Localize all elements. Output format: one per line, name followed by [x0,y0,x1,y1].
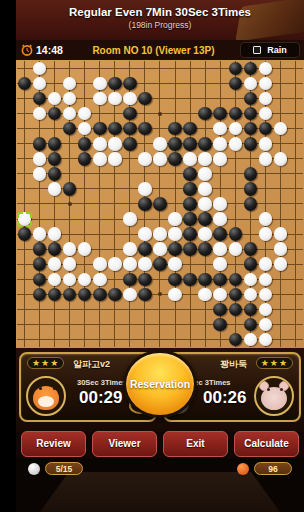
board-point[interactable] [107,196,122,211]
exit-button[interactable]: Exit [163,431,228,457]
board-point[interactable] [288,61,303,76]
board-point[interactable] [62,76,77,91]
board-point[interactable] [198,302,213,317]
board-point[interactable] [122,317,137,332]
board-point[interactable] [243,317,258,332]
board-point[interactable] [92,272,107,287]
board-point[interactable] [273,272,288,287]
board-point[interactable] [258,91,273,106]
board-point[interactable] [107,91,122,106]
review-button[interactable]: Review [21,431,86,457]
board-point[interactable] [273,106,288,121]
board-point[interactable] [32,166,47,181]
board-point[interactable] [47,76,62,91]
board-point[interactable] [47,121,62,136]
board-point[interactable] [107,181,122,196]
board-point[interactable] [107,61,122,76]
board-point[interactable] [92,196,107,211]
board-point[interactable] [122,272,137,287]
board-point[interactable] [137,242,152,257]
board-point[interactable] [122,106,137,121]
board-point[interactable] [122,332,137,347]
board-point[interactable] [92,212,107,227]
board-point[interactable] [32,242,47,257]
board-point[interactable] [122,151,137,166]
board-point[interactable] [17,76,32,91]
board-point[interactable] [137,317,152,332]
board-point[interactable] [77,287,92,302]
board-point[interactable] [288,287,303,302]
board-point[interactable] [47,332,62,347]
board-point[interactable] [107,106,122,121]
board-point[interactable] [243,227,258,242]
board-point[interactable] [47,91,62,106]
board-point[interactable] [288,166,303,181]
board-point[interactable] [213,332,228,347]
board-point[interactable] [228,212,243,227]
board-point[interactable] [168,272,183,287]
board-point[interactable] [198,91,213,106]
board-point[interactable] [168,257,183,272]
board-point[interactable] [213,317,228,332]
board-point[interactable] [32,181,47,196]
board-point[interactable] [17,166,32,181]
board-point[interactable] [92,61,107,76]
board-point[interactable] [288,227,303,242]
board-point[interactable] [152,181,167,196]
board-point[interactable] [17,227,32,242]
board-point[interactable] [168,151,183,166]
board-point[interactable] [32,332,47,347]
board-point[interactable] [168,121,183,136]
board-point[interactable] [122,76,137,91]
board-point[interactable] [288,212,303,227]
board-point[interactable] [92,76,107,91]
board-point[interactable] [213,136,228,151]
board-point[interactable] [122,181,137,196]
board-point[interactable] [168,106,183,121]
board-point[interactable] [213,61,228,76]
board-point[interactable] [288,136,303,151]
board-point[interactable] [273,227,288,242]
board-point[interactable] [62,61,77,76]
board-point[interactable] [213,166,228,181]
board-point[interactable] [32,227,47,242]
board-point[interactable] [183,151,198,166]
board-point[interactable] [92,317,107,332]
board-point[interactable] [213,76,228,91]
board-point[interactable] [62,136,77,151]
board-point[interactable] [62,287,77,302]
board-point[interactable] [243,76,258,91]
board-point[interactable] [228,242,243,257]
board-point[interactable] [137,332,152,347]
board-point[interactable] [107,227,122,242]
board-point[interactable] [213,91,228,106]
board-point[interactable] [243,302,258,317]
board-point[interactable] [17,242,32,257]
board-point[interactable] [183,196,198,211]
board-point[interactable] [213,227,228,242]
board-point[interactable] [32,257,47,272]
board-point[interactable] [92,91,107,106]
board-point[interactable] [183,76,198,91]
board-point[interactable] [198,272,213,287]
board-point[interactable] [198,61,213,76]
board-point[interactable] [168,287,183,302]
board-point[interactable] [258,196,273,211]
board-point[interactable] [198,136,213,151]
board-point[interactable] [32,196,47,211]
board-point[interactable] [47,106,62,121]
board-point[interactable] [62,151,77,166]
rain-toggle-button[interactable]: Rain [240,42,300,58]
board-point[interactable] [168,136,183,151]
board-point[interactable] [273,136,288,151]
board-point[interactable] [168,332,183,347]
board-point[interactable] [183,332,198,347]
board-point[interactable] [258,257,273,272]
board-point[interactable] [77,61,92,76]
board-point[interactable] [77,302,92,317]
board-point[interactable] [198,227,213,242]
board-point[interactable] [168,317,183,332]
board-point[interactable] [243,332,258,347]
board-point[interactable] [273,91,288,106]
board-point[interactable] [198,317,213,332]
board-point[interactable] [77,242,92,257]
board-point[interactable] [122,302,137,317]
board-point[interactable] [32,91,47,106]
go-board[interactable] [16,60,304,348]
board-point[interactable] [77,317,92,332]
board-point[interactable] [228,227,243,242]
board-point[interactable] [228,166,243,181]
board-point[interactable] [152,317,167,332]
calculate-button[interactable]: Calculate [234,431,299,457]
board-point[interactable] [17,287,32,302]
board-point[interactable] [243,91,258,106]
board-point[interactable] [258,332,273,347]
board-point[interactable] [228,257,243,272]
board-point[interactable] [47,302,62,317]
board-point[interactable] [288,242,303,257]
board-point[interactable] [288,317,303,332]
reservation-button[interactable]: Reservation [123,350,197,418]
board-point[interactable] [243,212,258,227]
board-point[interactable] [92,242,107,257]
board-point[interactable] [198,242,213,257]
board-point[interactable] [288,272,303,287]
board-point[interactable] [77,332,92,347]
board-point[interactable] [47,227,62,242]
board-point[interactable] [288,257,303,272]
board-point[interactable] [62,257,77,272]
board-point[interactable] [77,136,92,151]
board-point[interactable] [92,166,107,181]
board-point[interactable] [77,257,92,272]
board-point[interactable] [228,106,243,121]
board-point[interactable] [198,212,213,227]
board-point[interactable] [168,302,183,317]
board-point[interactable] [137,257,152,272]
board-point[interactable] [152,257,167,272]
board-point[interactable] [107,302,122,317]
board-point[interactable] [47,181,62,196]
board-point[interactable] [47,151,62,166]
board-point[interactable] [92,181,107,196]
board-point[interactable] [288,196,303,211]
board-point[interactable] [168,76,183,91]
board-point[interactable] [107,136,122,151]
board-point[interactable] [273,76,288,91]
board-point[interactable] [183,227,198,242]
board-point[interactable] [273,212,288,227]
board-point[interactable] [92,227,107,242]
board-point[interactable] [228,287,243,302]
board-point[interactable] [183,61,198,76]
board-point[interactable] [77,106,92,121]
board-point[interactable] [258,212,273,227]
board-point[interactable] [122,61,137,76]
board-point[interactable] [258,242,273,257]
board-point[interactable] [183,106,198,121]
board-point[interactable] [243,151,258,166]
go-board-grid[interactable] [17,61,303,347]
board-point[interactable] [47,61,62,76]
board-point[interactable] [258,106,273,121]
board-point[interactable] [107,272,122,287]
board-point[interactable] [152,166,167,181]
board-point[interactable] [183,166,198,181]
board-point[interactable] [243,106,258,121]
board-point[interactable] [273,242,288,257]
board-point[interactable] [32,121,47,136]
board-point[interactable] [32,136,47,151]
board-point[interactable] [137,61,152,76]
board-point[interactable] [17,136,32,151]
board-point[interactable] [228,332,243,347]
board-point[interactable] [17,302,32,317]
board-point[interactable] [152,272,167,287]
board-point[interactable] [107,166,122,181]
board-point[interactable] [273,332,288,347]
board-point[interactable] [122,136,137,151]
board-point[interactable] [77,91,92,106]
board-point[interactable] [243,272,258,287]
board-point[interactable] [32,272,47,287]
board-point[interactable] [62,332,77,347]
board-point[interactable] [122,227,137,242]
board-point[interactable] [258,287,273,302]
board-point[interactable] [273,302,288,317]
board-point[interactable] [152,136,167,151]
board-point[interactable] [243,136,258,151]
board-point[interactable] [243,61,258,76]
board-point[interactable] [47,196,62,211]
board-point[interactable] [32,151,47,166]
board-point[interactable] [273,61,288,76]
board-point[interactable] [152,227,167,242]
board-point[interactable] [258,61,273,76]
board-point[interactable] [273,166,288,181]
board-point[interactable] [77,272,92,287]
board-point[interactable] [228,272,243,287]
board-point[interactable] [213,181,228,196]
board-point[interactable] [92,332,107,347]
board-point[interactable] [213,151,228,166]
board-point[interactable] [213,272,228,287]
board-point[interactable] [137,76,152,91]
board-point[interactable] [137,91,152,106]
board-point[interactable] [32,302,47,317]
board-point[interactable] [62,181,77,196]
board-point[interactable] [17,91,32,106]
board-point[interactable] [258,151,273,166]
board-point[interactable] [258,302,273,317]
board-point[interactable] [77,166,92,181]
board-point[interactable] [77,212,92,227]
board-point[interactable] [183,287,198,302]
board-point[interactable] [198,257,213,272]
board-point[interactable] [168,61,183,76]
board-point[interactable] [258,272,273,287]
board-point[interactable] [62,242,77,257]
board-point[interactable] [122,212,137,227]
board-point[interactable] [288,151,303,166]
board-point[interactable] [32,317,47,332]
board-point[interactable] [32,76,47,91]
board-point[interactable] [137,287,152,302]
board-point[interactable] [213,106,228,121]
board-point[interactable] [17,121,32,136]
board-point[interactable] [243,166,258,181]
board-point[interactable] [168,242,183,257]
board-point[interactable] [17,181,32,196]
board-point[interactable] [107,76,122,91]
board-point[interactable] [243,257,258,272]
board-point[interactable] [288,181,303,196]
board-point[interactable] [152,212,167,227]
board-point[interactable] [198,287,213,302]
board-point[interactable] [77,227,92,242]
board-point[interactable] [17,272,32,287]
board-point[interactable] [122,91,137,106]
board-point[interactable] [152,196,167,211]
board-point[interactable] [228,76,243,91]
board-point[interactable] [107,242,122,257]
board-point[interactable] [198,166,213,181]
board-point[interactable] [152,106,167,121]
board-point[interactable] [288,332,303,347]
board-point[interactable] [183,242,198,257]
board-point[interactable] [137,181,152,196]
board-point[interactable] [183,181,198,196]
board-point[interactable] [152,121,167,136]
board-point[interactable] [288,106,303,121]
board-point[interactable] [152,287,167,302]
board-point[interactable] [183,136,198,151]
board-point[interactable] [273,181,288,196]
board-point[interactable] [258,76,273,91]
board-point[interactable] [152,332,167,347]
board-point[interactable] [183,121,198,136]
board-point[interactable] [137,121,152,136]
board-point[interactable] [152,91,167,106]
board-point[interactable] [122,257,137,272]
board-point[interactable] [213,121,228,136]
board-point[interactable] [32,212,47,227]
board-point[interactable] [62,212,77,227]
board-point[interactable] [198,106,213,121]
board-point[interactable] [107,121,122,136]
board-point[interactable] [47,257,62,272]
board-point[interactable] [62,227,77,242]
board-point[interactable] [107,287,122,302]
board-point[interactable] [168,212,183,227]
board-point[interactable] [152,302,167,317]
board-point[interactable] [198,196,213,211]
board-point[interactable] [77,121,92,136]
board-point[interactable] [168,181,183,196]
board-point[interactable] [152,61,167,76]
board-point[interactable] [243,196,258,211]
board-point[interactable] [168,91,183,106]
board-point[interactable] [152,76,167,91]
board-point[interactable] [17,196,32,211]
board-point[interactable] [198,181,213,196]
board-point[interactable] [62,166,77,181]
board-point[interactable] [47,317,62,332]
board-point[interactable] [273,257,288,272]
board-point[interactable] [137,106,152,121]
board-point[interactable] [243,181,258,196]
board-point[interactable] [107,317,122,332]
board-point[interactable] [183,212,198,227]
board-point[interactable] [92,302,107,317]
board-point[interactable] [288,302,303,317]
board-point[interactable] [137,227,152,242]
board-point[interactable] [273,121,288,136]
board-point[interactable] [213,287,228,302]
board-point[interactable] [62,91,77,106]
board-point[interactable] [137,212,152,227]
board-point[interactable] [32,106,47,121]
board-point[interactable] [228,151,243,166]
board-point[interactable] [228,91,243,106]
board-point[interactable] [122,287,137,302]
board-point[interactable] [228,302,243,317]
board-point[interactable] [62,317,77,332]
board-point[interactable] [228,121,243,136]
board-point[interactable] [47,242,62,257]
board-point[interactable] [92,151,107,166]
board-point[interactable] [273,317,288,332]
board-point[interactable] [92,121,107,136]
board-point[interactable] [228,181,243,196]
board-point[interactable] [228,317,243,332]
board-point[interactable] [258,181,273,196]
board-point[interactable] [107,257,122,272]
board-point[interactable] [107,212,122,227]
board-point[interactable] [213,242,228,257]
board-point[interactable] [92,257,107,272]
board-point[interactable] [62,106,77,121]
board-point[interactable] [137,302,152,317]
board-point[interactable] [213,257,228,272]
board-point[interactable] [213,302,228,317]
board-point[interactable] [243,242,258,257]
